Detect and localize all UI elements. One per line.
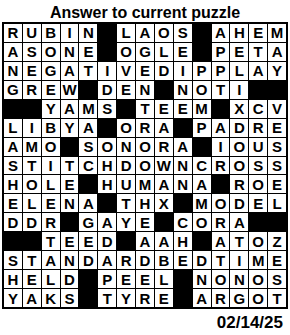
letter-cell-r4c10: N: [174, 81, 192, 99]
letter-cell-r10c13: D: [230, 194, 248, 212]
letter-cell-r14c6: P: [98, 270, 116, 288]
letter-cell-r8c6: H: [98, 157, 116, 175]
letter-cell-r13c7: R: [117, 251, 135, 269]
letter-cell-r9c8: M: [136, 175, 154, 193]
letter-cell-r10c1: E: [4, 194, 22, 212]
crossword-grid: RUBINLAOSAHEMASONEOGLEPETANEGATIVEDIPPLA…: [2, 22, 288, 309]
letter-cell-r5c13: X: [230, 100, 248, 118]
letter-cell-r8c7: D: [117, 157, 135, 175]
letter-cell-r15c11: A: [193, 289, 211, 307]
letter-cell-r13c5: D: [79, 251, 97, 269]
letter-cell-r3c6: I: [98, 62, 116, 80]
letter-cell-r9c9: A: [155, 175, 173, 193]
letter-cell-r6c13: D: [230, 119, 248, 137]
letter-cell-r8c3: I: [42, 157, 60, 175]
letter-cell-r7c9: R: [155, 138, 173, 156]
letter-cell-r13c12: T: [212, 251, 230, 269]
letter-cell-r6c11: P: [193, 119, 211, 137]
letter-cell-r6c14: R: [249, 119, 267, 137]
black-cell-r6c6: [98, 119, 116, 137]
letter-cell-r9c13: R: [230, 175, 248, 193]
letter-cell-r2c2: S: [23, 43, 41, 61]
letter-cell-r14c2: E: [23, 270, 41, 288]
letter-cell-r11c1: D: [4, 213, 22, 231]
letter-cell-r7c3: O: [42, 138, 60, 156]
letter-cell-r14c1: H: [4, 270, 22, 288]
black-cell-r15c10: [174, 289, 192, 307]
black-cell-r14c5: [79, 270, 97, 288]
letter-cell-r12c10: H: [174, 232, 192, 250]
letter-cell-r14c8: E: [136, 270, 154, 288]
letter-cell-r13c15: E: [268, 251, 286, 269]
letter-cell-r1c8: A: [136, 24, 154, 42]
letter-cell-r1c1: R: [4, 24, 22, 42]
letter-cell-r13c10: E: [174, 251, 192, 269]
letter-cell-r14c3: L: [42, 270, 60, 288]
letter-cell-r7c6: O: [98, 138, 116, 156]
letter-cell-r4c1: G: [4, 81, 22, 99]
letter-cell-r7c12: I: [212, 138, 230, 156]
black-cell-r5c7: [117, 100, 135, 118]
letter-cell-r6c2: I: [23, 119, 41, 137]
black-cell-r4c5: [79, 81, 97, 99]
letter-cell-r10c12: O: [212, 194, 230, 212]
letter-cell-r12c8: A: [136, 232, 154, 250]
letter-cell-r13c3: A: [42, 251, 60, 269]
letter-cell-r11c13: A: [230, 213, 248, 231]
letter-cell-r14c7: E: [117, 270, 135, 288]
letter-cell-r9c14: O: [249, 175, 267, 193]
letter-cell-r6c12: A: [212, 119, 230, 137]
black-cell-r6c10: [174, 119, 192, 137]
letter-cell-r7c10: A: [174, 138, 192, 156]
black-cell-r2c6: [98, 43, 116, 61]
letter-cell-r14c15: S: [268, 270, 286, 288]
letter-cell-r14c11: N: [193, 270, 211, 288]
letter-cell-r8c2: T: [23, 157, 41, 175]
letter-cell-r15c15: T: [268, 289, 286, 307]
letter-cell-r11c6: A: [98, 213, 116, 231]
letter-cell-r3c4: A: [61, 62, 79, 80]
letter-cell-r2c1: A: [4, 43, 22, 61]
letter-cell-r11c10: C: [174, 213, 192, 231]
black-cell-r11c9: [155, 213, 173, 231]
letter-cell-r2c3: O: [42, 43, 60, 61]
letter-cell-r3c7: V: [117, 62, 135, 80]
letter-cell-r6c3: B: [42, 119, 60, 137]
letter-cell-r6c1: L: [4, 119, 22, 137]
letter-cell-r12c3: T: [42, 232, 60, 250]
letter-cell-r13c11: D: [193, 251, 211, 269]
letter-cell-r12c9: A: [155, 232, 173, 250]
letter-cell-r7c13: O: [230, 138, 248, 156]
letter-cell-r4c3: E: [42, 81, 60, 99]
letter-cell-r9c10: N: [174, 175, 192, 193]
letter-cell-r13c9: B: [155, 251, 173, 269]
black-cell-r11c4: [61, 213, 79, 231]
letter-cell-r10c7: T: [117, 194, 135, 212]
letter-cell-r14c13: N: [230, 270, 248, 288]
letter-cell-r4c12: T: [212, 81, 230, 99]
letter-cell-r10c4: N: [61, 194, 79, 212]
letter-cell-r10c15: L: [268, 194, 286, 212]
letter-cell-r10c3: E: [42, 194, 60, 212]
letter-cell-r10c2: L: [23, 194, 41, 212]
black-cell-r12c2: [23, 232, 41, 250]
letter-cell-r3c14: A: [249, 62, 267, 80]
letter-cell-r5c15: V: [268, 100, 286, 118]
letter-cell-r3c1: N: [4, 62, 22, 80]
puzzle-date: 02/14/25: [0, 309, 290, 333]
letter-cell-r10c8: H: [136, 194, 154, 212]
black-cell-r9c5: [79, 175, 97, 193]
letter-cell-r10c14: E: [249, 194, 267, 212]
letter-cell-r5c9: E: [155, 100, 173, 118]
letter-cell-r15c14: O: [249, 289, 267, 307]
black-cell-r2c11: [193, 43, 211, 61]
letter-cell-r9c4: E: [61, 175, 79, 193]
black-cell-r12c11: [193, 232, 211, 250]
letter-cell-r6c4: Y: [61, 119, 79, 137]
letter-cell-r15c6: T: [98, 289, 116, 307]
letter-cell-r7c15: S: [268, 138, 286, 156]
letter-cell-r13c2: T: [23, 251, 41, 269]
letter-cell-r8c14: S: [249, 157, 267, 175]
letter-cell-r12c5: E: [79, 232, 97, 250]
letter-cell-r6c15: E: [268, 119, 286, 137]
letter-cell-r7c7: N: [117, 138, 135, 156]
letter-cell-r2c7: O: [117, 43, 135, 61]
letter-cell-r8c9: W: [155, 157, 173, 175]
letter-cell-r2c15: A: [268, 43, 286, 61]
letter-cell-r7c8: O: [136, 138, 154, 156]
black-cell-r5c1: [4, 100, 22, 118]
letter-cell-r2c10: E: [174, 43, 192, 61]
letter-cell-r7c14: U: [249, 138, 267, 156]
letter-cell-r8c5: C: [79, 157, 97, 175]
letter-cell-r3c2: E: [23, 62, 41, 80]
letter-cell-r11c8: E: [136, 213, 154, 231]
letter-cell-r1c7: L: [117, 24, 135, 42]
black-cell-r1c6: [98, 24, 116, 42]
letter-cell-r4c6: D: [98, 81, 116, 99]
letter-cell-r12c4: E: [61, 232, 79, 250]
letter-cell-r9c2: O: [23, 175, 41, 193]
letter-cell-r12c14: O: [249, 232, 267, 250]
black-cell-r1c11: [193, 24, 211, 42]
letter-cell-r3c12: P: [212, 62, 230, 80]
letter-cell-r15c7: Y: [117, 289, 135, 307]
black-cell-r15c5: [79, 289, 97, 307]
letter-cell-r3c15: Y: [268, 62, 286, 80]
letter-cell-r14c4: D: [61, 270, 79, 288]
letter-cell-r2c14: T: [249, 43, 267, 61]
letter-cell-r14c9: L: [155, 270, 173, 288]
black-cell-r12c7: [117, 232, 135, 250]
letter-cell-r13c4: N: [61, 251, 79, 269]
letter-cell-r6c5: A: [79, 119, 97, 137]
letter-cell-r11c3: R: [42, 213, 60, 231]
page-title: Answer to current puzzle: [0, 0, 290, 22]
letter-cell-r3c9: D: [155, 62, 173, 80]
letter-cell-r1c3: B: [42, 24, 60, 42]
letter-cell-r14c12: O: [212, 270, 230, 288]
letter-cell-r4c2: R: [23, 81, 41, 99]
letter-cell-r15c12: R: [212, 289, 230, 307]
letter-cell-r2c13: E: [230, 43, 248, 61]
letter-cell-r12c15: Z: [268, 232, 286, 250]
letter-cell-r1c4: I: [61, 24, 79, 42]
letter-cell-r13c6: A: [98, 251, 116, 269]
letter-cell-r13c13: I: [230, 251, 248, 269]
puzzle-answer-page: Answer to current puzzle RUBINLAOSAHEMAS…: [0, 0, 290, 335]
black-cell-r12c1: [4, 232, 22, 250]
letter-cell-r1c5: N: [79, 24, 97, 42]
black-cell-r9c12: [212, 175, 230, 193]
black-cell-r7c11: [193, 138, 211, 156]
letter-cell-r13c8: D: [136, 251, 154, 269]
letter-cell-r9c6: H: [98, 175, 116, 193]
letter-cell-r5c5: M: [79, 100, 97, 118]
letter-cell-r5c8: T: [136, 100, 154, 118]
letter-cell-r15c8: R: [136, 289, 154, 307]
letter-cell-r6c8: R: [136, 119, 154, 137]
letter-cell-r4c4: W: [61, 81, 79, 99]
letter-cell-r1c12: A: [212, 24, 230, 42]
letter-cell-r15c3: K: [42, 289, 60, 307]
letter-cell-r8c11: C: [193, 157, 211, 175]
letter-cell-r6c7: O: [117, 119, 135, 137]
letter-cell-r10c5: A: [79, 194, 97, 212]
letter-cell-r13c14: M: [249, 251, 267, 269]
letter-cell-r3c10: I: [174, 62, 192, 80]
letter-cell-r1c14: E: [249, 24, 267, 42]
letter-cell-r8c15: S: [268, 157, 286, 175]
black-cell-r14c10: [174, 270, 192, 288]
letter-cell-r12c6: D: [98, 232, 116, 250]
letter-cell-r15c4: S: [61, 289, 79, 307]
letter-cell-r1c15: M: [268, 24, 286, 42]
letter-cell-r9c3: L: [42, 175, 60, 193]
letter-cell-r7c1: A: [4, 138, 22, 156]
letter-cell-r8c13: O: [230, 157, 248, 175]
letter-cell-r8c8: O: [136, 157, 154, 175]
letter-cell-r3c3: G: [42, 62, 60, 80]
letter-cell-r7c2: M: [23, 138, 41, 156]
letter-cell-r3c13: L: [230, 62, 248, 80]
letter-cell-r3c11: P: [193, 62, 211, 80]
black-cell-r5c12: [212, 100, 230, 118]
letter-cell-r1c10: S: [174, 24, 192, 42]
letter-cell-r8c1: S: [4, 157, 22, 175]
black-cell-r7c4: [61, 138, 79, 156]
black-cell-r5c2: [23, 100, 41, 118]
letter-cell-r4c8: N: [136, 81, 154, 99]
letter-cell-r12c13: T: [230, 232, 248, 250]
black-cell-r4c15: [268, 81, 286, 99]
letter-cell-r9c11: A: [193, 175, 211, 193]
letter-cell-r5c4: A: [61, 100, 79, 118]
letter-cell-r11c12: R: [212, 213, 230, 231]
letter-cell-r4c7: E: [117, 81, 135, 99]
letter-cell-r8c12: R: [212, 157, 230, 175]
letter-cell-r5c10: E: [174, 100, 192, 118]
black-cell-r4c9: [155, 81, 173, 99]
letter-cell-r5c14: C: [249, 100, 267, 118]
letter-cell-r14c14: O: [249, 270, 267, 288]
letter-cell-r11c11: O: [193, 213, 211, 231]
letter-cell-r1c2: U: [23, 24, 41, 42]
black-cell-r10c10: [174, 194, 192, 212]
letter-cell-r15c1: Y: [4, 289, 22, 307]
letter-cell-r15c9: E: [155, 289, 173, 307]
letter-cell-r2c12: P: [212, 43, 230, 61]
letter-cell-r11c7: Y: [117, 213, 135, 231]
letter-cell-r15c2: A: [23, 289, 41, 307]
letter-cell-r1c9: O: [155, 24, 173, 42]
letter-cell-r15c13: G: [230, 289, 248, 307]
letter-cell-r3c5: T: [79, 62, 97, 80]
letter-cell-r9c7: U: [117, 175, 135, 193]
black-cell-r11c15: [268, 213, 286, 231]
letter-cell-r12c12: A: [212, 232, 230, 250]
letter-cell-r3c8: E: [136, 62, 154, 80]
letter-cell-r10c11: M: [193, 194, 211, 212]
letter-cell-r13c1: S: [4, 251, 22, 269]
letter-cell-r2c5: E: [79, 43, 97, 61]
letter-cell-r5c11: M: [193, 100, 211, 118]
letter-cell-r6c9: A: [155, 119, 173, 137]
letter-cell-r8c10: N: [174, 157, 192, 175]
letter-cell-r1c13: H: [230, 24, 248, 42]
letter-cell-r7c5: S: [79, 138, 97, 156]
black-cell-r10c6: [98, 194, 116, 212]
letter-cell-r5c6: S: [98, 100, 116, 118]
letter-cell-r10c9: X: [155, 194, 173, 212]
letter-cell-r2c4: N: [61, 43, 79, 61]
letter-cell-r9c15: E: [268, 175, 286, 193]
letter-cell-r11c2: D: [23, 213, 41, 231]
letter-cell-r11c5: G: [79, 213, 97, 231]
black-cell-r11c14: [249, 213, 267, 231]
letter-cell-r4c11: O: [193, 81, 211, 99]
black-cell-r4c14: [249, 81, 267, 99]
letter-cell-r9c1: H: [4, 175, 22, 193]
letter-cell-r4c13: I: [230, 81, 248, 99]
letter-cell-r5c3: Y: [42, 100, 60, 118]
letter-cell-r8c4: T: [61, 157, 79, 175]
letter-cell-r2c8: G: [136, 43, 154, 61]
letter-cell-r2c9: L: [155, 43, 173, 61]
